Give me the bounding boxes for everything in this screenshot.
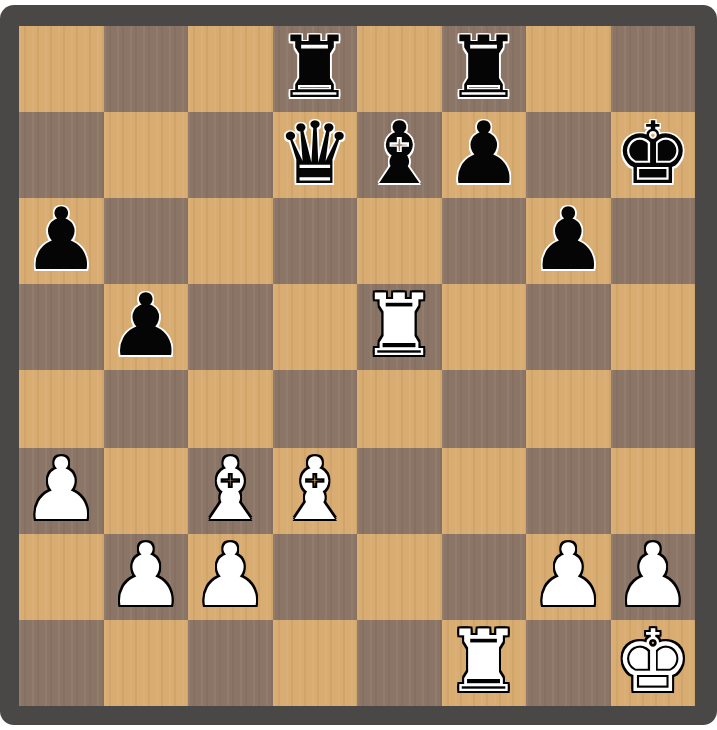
square-b7[interactable] <box>104 112 189 198</box>
square-f1[interactable]: ♜ <box>442 620 527 706</box>
white-bishop[interactable]: ♝ <box>276 446 353 532</box>
black-pawn[interactable]: ♟ <box>445 110 522 196</box>
square-g1[interactable] <box>526 620 611 706</box>
square-c8[interactable] <box>188 26 273 112</box>
square-f6[interactable] <box>442 198 527 284</box>
square-e2[interactable] <box>357 534 442 620</box>
black-rook[interactable]: ♜ <box>276 24 353 110</box>
square-c7[interactable] <box>188 112 273 198</box>
square-a2[interactable] <box>19 534 104 620</box>
square-e1[interactable] <box>357 620 442 706</box>
square-g7[interactable] <box>526 112 611 198</box>
square-h5[interactable] <box>611 284 696 370</box>
square-f5[interactable] <box>442 284 527 370</box>
white-pawn[interactable]: ♟ <box>192 532 269 618</box>
square-g3[interactable] <box>526 448 611 534</box>
square-d8[interactable]: ♜ <box>273 26 358 112</box>
square-g5[interactable] <box>526 284 611 370</box>
square-e6[interactable] <box>357 198 442 284</box>
square-a5[interactable] <box>19 284 104 370</box>
square-d5[interactable] <box>273 284 358 370</box>
square-g6[interactable]: ♟ <box>526 198 611 284</box>
square-a7[interactable] <box>19 112 104 198</box>
square-b1[interactable] <box>104 620 189 706</box>
square-h8[interactable] <box>611 26 696 112</box>
square-e3[interactable] <box>357 448 442 534</box>
square-e8[interactable] <box>357 26 442 112</box>
square-f7[interactable]: ♟ <box>442 112 527 198</box>
black-pawn[interactable]: ♟ <box>530 196 607 282</box>
square-a8[interactable] <box>19 26 104 112</box>
black-pawn[interactable]: ♟ <box>107 282 184 368</box>
white-rook[interactable]: ♜ <box>361 282 438 368</box>
square-h2[interactable]: ♟ <box>611 534 696 620</box>
square-g8[interactable] <box>526 26 611 112</box>
white-pawn[interactable]: ♟ <box>23 446 100 532</box>
square-e5[interactable]: ♜ <box>357 284 442 370</box>
square-c1[interactable] <box>188 620 273 706</box>
square-g2[interactable]: ♟ <box>526 534 611 620</box>
square-a6[interactable]: ♟ <box>19 198 104 284</box>
square-h6[interactable] <box>611 198 696 284</box>
square-a4[interactable] <box>19 370 104 448</box>
square-h1[interactable]: ♚ <box>611 620 696 706</box>
white-bishop[interactable]: ♝ <box>192 446 269 532</box>
square-c3[interactable]: ♝ <box>188 448 273 534</box>
square-d1[interactable] <box>273 620 358 706</box>
square-d6[interactable] <box>273 198 358 284</box>
square-g4[interactable] <box>526 370 611 448</box>
black-rook[interactable]: ♜ <box>445 24 522 110</box>
square-d3[interactable]: ♝ <box>273 448 358 534</box>
square-b3[interactable] <box>104 448 189 534</box>
square-c6[interactable] <box>188 198 273 284</box>
square-c5[interactable] <box>188 284 273 370</box>
white-rook[interactable]: ♜ <box>445 618 522 704</box>
square-c4[interactable] <box>188 370 273 448</box>
white-pawn[interactable]: ♟ <box>107 532 184 618</box>
black-king[interactable]: ♚ <box>614 110 691 196</box>
square-b5[interactable]: ♟ <box>104 284 189 370</box>
square-d4[interactable] <box>273 370 358 448</box>
square-b4[interactable] <box>104 370 189 448</box>
white-pawn[interactable]: ♟ <box>614 532 691 618</box>
square-b6[interactable] <box>104 198 189 284</box>
chess-board: ♜♜♛♝♟♚♟♟♟♜♟♝♝♟♟♟♟♜♚ <box>19 26 695 706</box>
square-e4[interactable] <box>357 370 442 448</box>
square-a1[interactable] <box>19 620 104 706</box>
square-d2[interactable] <box>273 534 358 620</box>
square-f3[interactable] <box>442 448 527 534</box>
square-h4[interactable] <box>611 370 696 448</box>
white-pawn[interactable]: ♟ <box>530 532 607 618</box>
square-f4[interactable] <box>442 370 527 448</box>
white-king[interactable]: ♚ <box>614 618 691 704</box>
square-a3[interactable]: ♟ <box>19 448 104 534</box>
square-e7[interactable]: ♝ <box>357 112 442 198</box>
black-pawn[interactable]: ♟ <box>23 196 100 282</box>
square-f2[interactable] <box>442 534 527 620</box>
square-b2[interactable]: ♟ <box>104 534 189 620</box>
square-b8[interactable] <box>104 26 189 112</box>
square-d7[interactable]: ♛ <box>273 112 358 198</box>
chess-app-window: ♜♜♛♝♟♚♟♟♟♜♟♝♝♟♟♟♟♜♚ <box>0 0 717 730</box>
black-bishop[interactable]: ♝ <box>361 110 438 196</box>
square-f8[interactable]: ♜ <box>442 26 527 112</box>
square-c2[interactable]: ♟ <box>188 534 273 620</box>
square-h7[interactable]: ♚ <box>611 112 696 198</box>
black-queen[interactable]: ♛ <box>276 110 353 196</box>
square-h3[interactable] <box>611 448 696 534</box>
